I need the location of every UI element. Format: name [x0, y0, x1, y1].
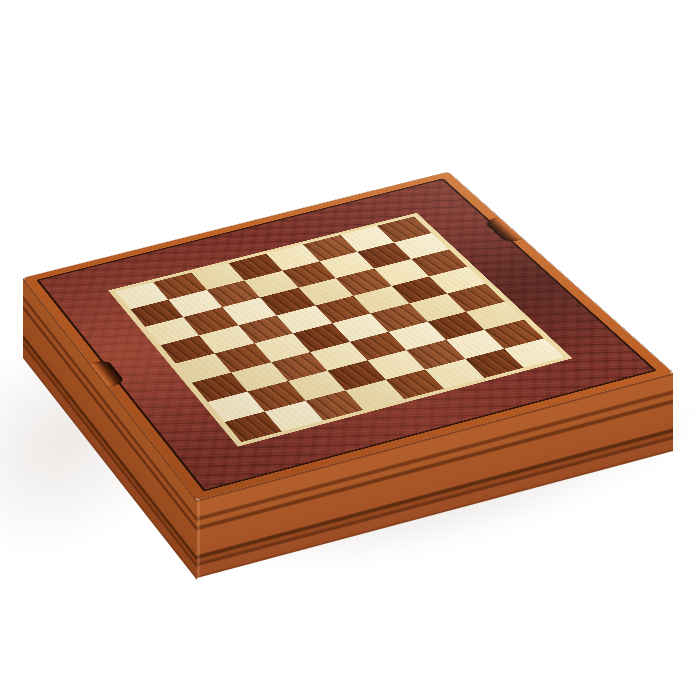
product-photo-background: [0, 0, 700, 700]
